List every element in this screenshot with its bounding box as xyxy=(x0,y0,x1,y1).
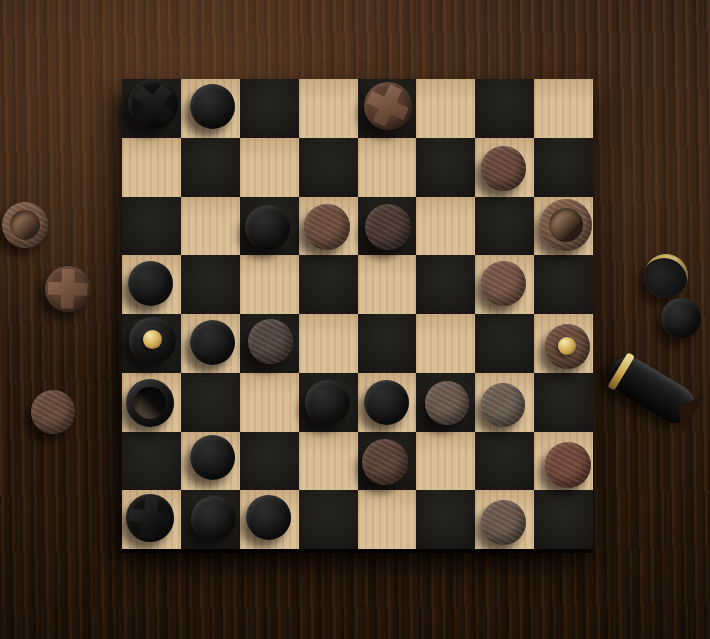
black-man-c1[interactable] xyxy=(246,495,291,540)
wood-grain-texture xyxy=(481,146,526,191)
square-g4[interactable] xyxy=(475,314,534,373)
square-c8[interactable] xyxy=(240,79,299,138)
square-e7[interactable] xyxy=(358,138,417,197)
square-c5[interactable] xyxy=(240,255,299,314)
black-man-b8[interactable] xyxy=(190,84,235,129)
square-b6[interactable] xyxy=(181,197,240,256)
square-h8[interactable] xyxy=(534,79,593,138)
square-h5[interactable] xyxy=(534,255,593,314)
wood-grain-texture xyxy=(304,204,350,250)
black-king-a8[interactable] xyxy=(128,79,178,129)
wood-grain-texture xyxy=(365,204,411,250)
wood-grain-texture xyxy=(362,439,408,485)
square-f2[interactable] xyxy=(416,432,475,491)
square-h1[interactable] xyxy=(534,490,593,549)
wood-grain-texture xyxy=(481,261,526,306)
square-d7[interactable] xyxy=(299,138,358,197)
checkers-board xyxy=(122,79,593,549)
black-man-c6[interactable] xyxy=(245,205,290,250)
brass-knob xyxy=(143,330,162,349)
square-d4[interactable] xyxy=(299,314,358,373)
table-surface xyxy=(0,0,710,639)
wood-cup-offboard-left[interactable] xyxy=(2,202,48,248)
square-a6[interactable] xyxy=(122,197,181,256)
hollow-interior xyxy=(549,208,583,242)
wood-knob-h4[interactable] xyxy=(545,324,590,369)
square-h7[interactable] xyxy=(534,138,593,197)
black-king-a1[interactable] xyxy=(126,494,174,542)
brass-band xyxy=(607,352,634,390)
wood-man-h2[interactable] xyxy=(545,442,591,488)
square-e4[interactable] xyxy=(358,314,417,373)
black-man-b2[interactable] xyxy=(190,435,235,480)
black-knob-a4[interactable] xyxy=(129,317,176,364)
wood-king-offboard-left[interactable] xyxy=(45,266,91,312)
square-f4[interactable] xyxy=(416,314,475,373)
wood-man-g3[interactable] xyxy=(481,383,525,427)
cross-top xyxy=(127,495,174,542)
wood-king-e8[interactable] xyxy=(364,82,412,130)
square-c2[interactable] xyxy=(240,432,299,491)
hollow-interior xyxy=(10,210,40,240)
square-g2[interactable] xyxy=(475,432,534,491)
hollow-interior xyxy=(134,387,166,419)
square-d2[interactable] xyxy=(299,432,358,491)
square-d5[interactable] xyxy=(299,255,358,314)
wood-man-g7[interactable] xyxy=(481,146,526,191)
wood-man-c4[interactable] xyxy=(248,319,293,364)
black-shaker-offboard-right[interactable] xyxy=(603,350,701,430)
cross-top xyxy=(48,269,89,310)
square-b3[interactable] xyxy=(181,373,240,432)
wood-man-f3[interactable] xyxy=(425,381,469,425)
black-top-face xyxy=(644,258,687,298)
notch-cut xyxy=(662,385,703,431)
square-f6[interactable] xyxy=(416,197,475,256)
square-b5[interactable] xyxy=(181,255,240,314)
wood-grain-texture xyxy=(31,390,75,434)
wood-grain-texture xyxy=(545,442,591,488)
square-f7[interactable] xyxy=(416,138,475,197)
wood-grain-texture xyxy=(248,319,293,364)
square-d8[interactable] xyxy=(299,79,358,138)
wood-man-g5[interactable] xyxy=(481,261,526,306)
square-f1[interactable] xyxy=(416,490,475,549)
wood-man-e2[interactable] xyxy=(362,439,408,485)
square-d1[interactable] xyxy=(299,490,358,549)
square-c7[interactable] xyxy=(240,138,299,197)
brass-knob xyxy=(558,337,576,355)
square-g6[interactable] xyxy=(475,197,534,256)
square-h3[interactable] xyxy=(534,373,593,432)
square-e1[interactable] xyxy=(358,490,417,549)
square-a7[interactable] xyxy=(122,138,181,197)
square-f8[interactable] xyxy=(416,79,475,138)
black-man-d3[interactable] xyxy=(305,380,350,425)
square-a2[interactable] xyxy=(122,432,181,491)
black-man-offboard-right[interactable] xyxy=(661,298,701,338)
wood-grain-texture xyxy=(481,500,526,545)
black-ring-offboard-right[interactable] xyxy=(644,254,688,298)
black-man-a5[interactable] xyxy=(128,261,173,306)
wood-man-e6[interactable] xyxy=(365,204,411,250)
wood-grain-texture xyxy=(481,383,525,427)
black-man-b4[interactable] xyxy=(190,320,235,365)
black-man-b1[interactable] xyxy=(191,496,236,541)
wood-man-g1[interactable] xyxy=(481,500,526,545)
square-e5[interactable] xyxy=(358,255,417,314)
square-c3[interactable] xyxy=(240,373,299,432)
square-g8[interactable] xyxy=(475,79,534,138)
square-f5[interactable] xyxy=(416,255,475,314)
black-man-e3[interactable] xyxy=(364,380,409,425)
square-b7[interactable] xyxy=(181,138,240,197)
wood-grain-texture xyxy=(425,381,469,425)
wood-man-d6[interactable] xyxy=(304,204,350,250)
wood-cup-h6[interactable] xyxy=(540,199,592,251)
wood-man-offboard-left[interactable] xyxy=(31,390,75,434)
black-cup-a3[interactable] xyxy=(126,379,174,427)
